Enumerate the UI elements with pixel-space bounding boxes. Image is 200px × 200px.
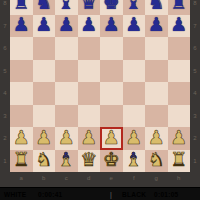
black-knight[interactable]: ♞ bbox=[35, 0, 52, 12]
square-g2[interactable]: ♟ bbox=[145, 127, 168, 150]
rank-label-6: 6 bbox=[190, 37, 200, 60]
square-g4[interactable] bbox=[145, 82, 168, 105]
black-pawn[interactable]: ♟ bbox=[35, 15, 52, 34]
square-e2[interactable]: ♟ bbox=[100, 127, 123, 150]
rank-label-6: 6 bbox=[0, 37, 10, 60]
black-knight[interactable]: ♞ bbox=[148, 0, 165, 12]
white-pawn[interactable]: ♟ bbox=[170, 128, 187, 147]
white-pawn[interactable]: ♟ bbox=[13, 128, 30, 147]
square-d4[interactable] bbox=[78, 82, 101, 105]
black-pawn[interactable]: ♟ bbox=[58, 15, 75, 34]
black-king[interactable]: ♚ bbox=[103, 0, 120, 12]
square-g7[interactable]: ♟ bbox=[145, 15, 168, 38]
square-b3[interactable] bbox=[33, 105, 56, 128]
square-f1[interactable]: ♝ bbox=[123, 150, 146, 173]
black-rook[interactable]: ♜ bbox=[170, 0, 187, 12]
square-e7[interactable]: ♟ bbox=[100, 15, 123, 38]
status-bar: WHITE 0:00:41 | BLACK 0:01:05 bbox=[0, 187, 200, 200]
square-e1[interactable]: ♚ bbox=[100, 150, 123, 173]
square-e5[interactable] bbox=[100, 60, 123, 83]
square-b6[interactable] bbox=[33, 37, 56, 60]
white-pawn[interactable]: ♟ bbox=[103, 128, 120, 147]
square-a2[interactable]: ♟ bbox=[10, 127, 33, 150]
square-h6[interactable] bbox=[168, 37, 191, 60]
file-label-c: c bbox=[55, 172, 78, 183]
white-queen[interactable]: ♛ bbox=[80, 150, 97, 169]
rank-label-3: 3 bbox=[190, 105, 200, 128]
square-f7[interactable]: ♟ bbox=[123, 15, 146, 38]
square-f5[interactable] bbox=[123, 60, 146, 83]
rank-label-5: 5 bbox=[0, 60, 10, 83]
square-e4[interactable] bbox=[100, 82, 123, 105]
rank-label-3: 3 bbox=[0, 105, 10, 128]
white-bishop[interactable]: ♝ bbox=[58, 150, 75, 169]
square-b4[interactable] bbox=[33, 82, 56, 105]
square-e6[interactable] bbox=[100, 37, 123, 60]
square-a3[interactable] bbox=[10, 105, 33, 128]
rank-label-2: 2 bbox=[190, 127, 200, 150]
rank-label-1: 1 bbox=[190, 150, 200, 173]
file-label-d: d bbox=[78, 172, 101, 183]
square-a7[interactable]: ♟ bbox=[10, 15, 33, 38]
square-h5[interactable] bbox=[168, 60, 191, 83]
white-pawn[interactable]: ♟ bbox=[125, 128, 142, 147]
square-g6[interactable] bbox=[145, 37, 168, 60]
rank-label-7: 7 bbox=[0, 15, 10, 38]
black-pawn[interactable]: ♟ bbox=[125, 15, 142, 34]
black-pawn[interactable]: ♟ bbox=[170, 15, 187, 34]
black-rook[interactable]: ♜ bbox=[13, 0, 30, 12]
white-pawn[interactable]: ♟ bbox=[148, 128, 165, 147]
square-c1[interactable]: ♝ bbox=[55, 150, 78, 173]
square-d2[interactable]: ♟ bbox=[78, 127, 101, 150]
square-g1[interactable]: ♞ bbox=[145, 150, 168, 173]
rank-label-8: 8 bbox=[0, 0, 10, 15]
square-h3[interactable] bbox=[168, 105, 191, 128]
black-bishop[interactable]: ♝ bbox=[125, 0, 142, 12]
black-queen[interactable]: ♛ bbox=[80, 0, 97, 12]
black-player-label: BLACK bbox=[122, 191, 146, 198]
white-pawn[interactable]: ♟ bbox=[35, 128, 52, 147]
white-bishop[interactable]: ♝ bbox=[125, 150, 142, 169]
square-g3[interactable] bbox=[145, 105, 168, 128]
square-a1[interactable]: ♜ bbox=[10, 150, 33, 173]
white-pawn[interactable]: ♟ bbox=[80, 128, 97, 147]
chess-board: ♜♞♝♛♚♝♞♜♟♟♟♟♟♟♟♟♟♟♟♟♟♟♟♟♜♞♝♛♚♝♞♜ bbox=[10, 0, 190, 172]
rank-label-8: 8 bbox=[190, 0, 200, 15]
white-pawn[interactable]: ♟ bbox=[58, 128, 75, 147]
square-g5[interactable] bbox=[145, 60, 168, 83]
file-label-e: e bbox=[100, 172, 123, 183]
square-c3[interactable] bbox=[55, 105, 78, 128]
square-h4[interactable] bbox=[168, 82, 191, 105]
square-b2[interactable]: ♟ bbox=[33, 127, 56, 150]
black-pawn[interactable]: ♟ bbox=[148, 15, 165, 34]
square-a6[interactable] bbox=[10, 37, 33, 60]
white-rook[interactable]: ♜ bbox=[170, 150, 187, 169]
black-pawn[interactable]: ♟ bbox=[80, 15, 97, 34]
white-knight[interactable]: ♞ bbox=[148, 150, 165, 169]
black-bishop[interactable]: ♝ bbox=[58, 0, 75, 12]
rank-label-5: 5 bbox=[190, 60, 200, 83]
rank-label-4: 4 bbox=[0, 82, 10, 105]
square-c7[interactable]: ♟ bbox=[55, 15, 78, 38]
file-labels: abcdefgh bbox=[10, 172, 190, 183]
square-d5[interactable] bbox=[78, 60, 101, 83]
rank-label-2: 2 bbox=[0, 127, 10, 150]
square-c5[interactable] bbox=[55, 60, 78, 83]
square-h2[interactable]: ♟ bbox=[168, 127, 191, 150]
square-a4[interactable] bbox=[10, 82, 33, 105]
square-e3[interactable] bbox=[100, 105, 123, 128]
square-d6[interactable] bbox=[78, 37, 101, 60]
black-pawn[interactable]: ♟ bbox=[103, 15, 120, 34]
square-b5[interactable] bbox=[33, 60, 56, 83]
square-b1[interactable]: ♞ bbox=[33, 150, 56, 173]
file-label-b: b bbox=[33, 172, 56, 183]
rank-label-4: 4 bbox=[190, 82, 200, 105]
square-d3[interactable] bbox=[78, 105, 101, 128]
white-clock: 0:00:41 bbox=[38, 191, 63, 198]
square-h1[interactable]: ♜ bbox=[168, 150, 191, 173]
square-c6[interactable] bbox=[55, 37, 78, 60]
file-label-a: a bbox=[10, 172, 33, 183]
file-label-g: g bbox=[145, 172, 168, 183]
rank-label-7: 7 bbox=[190, 15, 200, 38]
square-c4[interactable] bbox=[55, 82, 78, 105]
square-f6[interactable] bbox=[123, 37, 146, 60]
square-b7[interactable]: ♟ bbox=[33, 15, 56, 38]
rank-labels-right: 87654321 bbox=[190, 0, 200, 172]
black-clock: 0:01:05 bbox=[154, 191, 179, 198]
square-h7[interactable]: ♟ bbox=[168, 15, 191, 38]
black-pawn[interactable]: ♟ bbox=[13, 15, 30, 34]
clock-separator: | bbox=[110, 191, 112, 198]
white-knight[interactable]: ♞ bbox=[35, 150, 52, 169]
white-player-label: WHITE bbox=[4, 191, 26, 198]
square-a5[interactable] bbox=[10, 60, 33, 83]
square-d7[interactable]: ♟ bbox=[78, 15, 101, 38]
file-label-h: h bbox=[168, 172, 191, 183]
square-c2[interactable]: ♟ bbox=[55, 127, 78, 150]
chess-app: 87654321 ♜♞♝♛♚♝♞♜♟♟♟♟♟♟♟♟♟♟♟♟♟♟♟♟♜♞♝♛♚♝♞… bbox=[0, 0, 200, 200]
square-f3[interactable] bbox=[123, 105, 146, 128]
file-label-f: f bbox=[123, 172, 146, 183]
white-king[interactable]: ♚ bbox=[103, 150, 120, 169]
square-d1[interactable]: ♛ bbox=[78, 150, 101, 173]
square-f4[interactable] bbox=[123, 82, 146, 105]
rank-label-1: 1 bbox=[0, 150, 10, 173]
square-f2[interactable]: ♟ bbox=[123, 127, 146, 150]
rank-labels-left: 87654321 bbox=[0, 0, 10, 172]
white-rook[interactable]: ♜ bbox=[13, 150, 30, 169]
